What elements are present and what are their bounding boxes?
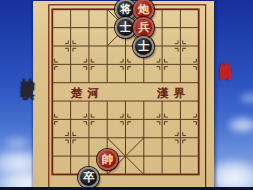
red-general-piece[interactable]: 帥	[97, 149, 118, 170]
red-cannon-glyph: 炮	[138, 0, 150, 17]
river-label-left: 楚河	[71, 86, 104, 101]
channel-title: 妙帥象棋	[18, 67, 36, 77]
river-label-right: 漢界	[157, 86, 190, 101]
video-frame: 楚河 漢界 将炮士兵士帥卒 妙帥象棋 欣赏绝妙残局	[0, 0, 253, 190]
frame-bottom-edge	[0, 187, 253, 190]
black-advisor-2-glyph: 士	[138, 37, 150, 54]
black-advisor-2-piece[interactable]: 士	[133, 36, 154, 57]
black-soldier-glyph: 卒	[83, 168, 95, 185]
black-advisor-glyph: 士	[120, 19, 132, 36]
red-soldier-glyph: 兵	[138, 19, 150, 36]
red-general-glyph: 帥	[101, 150, 113, 167]
black-general-glyph: 将	[120, 0, 132, 17]
caption-text: 欣赏绝妙残局	[217, 53, 232, 62]
